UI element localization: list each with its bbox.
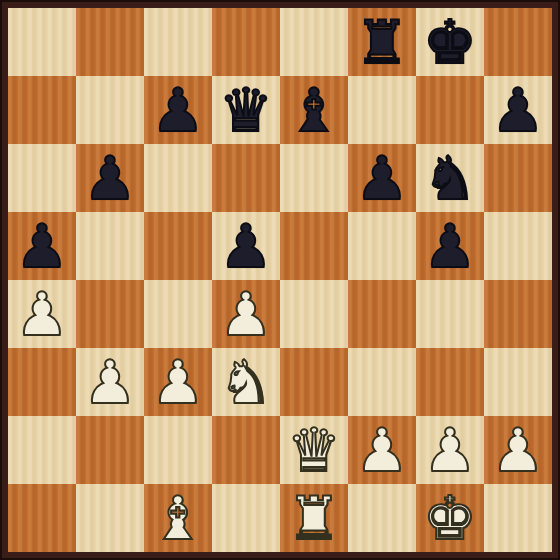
square-d2[interactable] (212, 416, 280, 484)
square-f5[interactable] (348, 212, 416, 280)
white-pawn-b3-icon[interactable]: ♟ (83, 348, 137, 416)
square-a7[interactable] (8, 76, 76, 144)
white-queen-e2-icon[interactable]: ♛ (287, 416, 341, 484)
square-d7[interactable]: ♛ (212, 76, 280, 144)
square-d6[interactable] (212, 144, 280, 212)
square-g3[interactable] (416, 348, 484, 416)
square-f7[interactable] (348, 76, 416, 144)
square-f2[interactable]: ♟ (348, 416, 416, 484)
black-king-g8-icon[interactable]: ♚ (423, 8, 477, 76)
white-pawn-d4-icon[interactable]: ♟ (219, 280, 273, 348)
square-g7[interactable] (416, 76, 484, 144)
square-f6[interactable]: ♟ (348, 144, 416, 212)
square-d5[interactable]: ♟ (212, 212, 280, 280)
square-f3[interactable] (348, 348, 416, 416)
white-king-g1-icon[interactable]: ♚ (423, 484, 477, 552)
square-h6[interactable] (484, 144, 552, 212)
square-c7[interactable]: ♟ (144, 76, 212, 144)
square-b2[interactable] (76, 416, 144, 484)
black-knight-g6-icon[interactable]: ♞ (423, 144, 477, 212)
square-g2[interactable]: ♟ (416, 416, 484, 484)
square-a6[interactable] (8, 144, 76, 212)
square-b6[interactable]: ♟ (76, 144, 144, 212)
white-pawn-g2-icon[interactable]: ♟ (423, 416, 477, 484)
square-c1[interactable]: ♝ (144, 484, 212, 552)
square-c6[interactable] (144, 144, 212, 212)
square-d4[interactable]: ♟ (212, 280, 280, 348)
black-pawn-h7-icon[interactable]: ♟ (491, 76, 545, 144)
square-c8[interactable] (144, 8, 212, 76)
square-a1[interactable] (8, 484, 76, 552)
square-b1[interactable] (76, 484, 144, 552)
square-a3[interactable] (8, 348, 76, 416)
black-rook-f8-icon[interactable]: ♜ (355, 8, 409, 76)
black-queen-d7-icon[interactable]: ♛ (219, 76, 273, 144)
black-pawn-c7-icon[interactable]: ♟ (151, 76, 205, 144)
square-c2[interactable] (144, 416, 212, 484)
white-knight-d3-icon[interactable]: ♞ (219, 348, 273, 416)
white-rook-e1-icon[interactable]: ♜ (287, 484, 341, 552)
square-d3[interactable]: ♞ (212, 348, 280, 416)
black-pawn-d5-icon[interactable]: ♟ (219, 212, 273, 280)
white-bishop-c1-icon[interactable]: ♝ (151, 484, 205, 552)
square-d8[interactable] (212, 8, 280, 76)
square-g4[interactable] (416, 280, 484, 348)
square-f4[interactable] (348, 280, 416, 348)
square-c4[interactable] (144, 280, 212, 348)
white-pawn-h2-icon[interactable]: ♟ (491, 416, 545, 484)
square-e5[interactable] (280, 212, 348, 280)
square-g6[interactable]: ♞ (416, 144, 484, 212)
square-a8[interactable] (8, 8, 76, 76)
square-a5[interactable]: ♟ (8, 212, 76, 280)
square-e3[interactable] (280, 348, 348, 416)
square-b8[interactable] (76, 8, 144, 76)
square-h8[interactable] (484, 8, 552, 76)
square-e2[interactable]: ♛ (280, 416, 348, 484)
square-e4[interactable] (280, 280, 348, 348)
square-g1[interactable]: ♚ (416, 484, 484, 552)
black-bishop-e7-icon[interactable]: ♝ (287, 76, 341, 144)
square-a4[interactable]: ♟ (8, 280, 76, 348)
black-pawn-a5-icon[interactable]: ♟ (15, 212, 69, 280)
white-pawn-c3-icon[interactable]: ♟ (151, 348, 205, 416)
square-g5[interactable]: ♟ (416, 212, 484, 280)
square-e7[interactable]: ♝ (280, 76, 348, 144)
white-pawn-a4-icon[interactable]: ♟ (15, 280, 69, 348)
square-f1[interactable] (348, 484, 416, 552)
chess-board-frame: ♜♚♟♛♝♟♟♟♞♟♟♟♟♟♟♟♞♛♟♟♟♝♜♚ (0, 0, 560, 560)
square-h1[interactable] (484, 484, 552, 552)
square-d1[interactable] (212, 484, 280, 552)
square-e8[interactable] (280, 8, 348, 76)
square-c5[interactable] (144, 212, 212, 280)
square-c3[interactable]: ♟ (144, 348, 212, 416)
square-g8[interactable]: ♚ (416, 8, 484, 76)
square-f8[interactable]: ♜ (348, 8, 416, 76)
white-pawn-f2-icon[interactable]: ♟ (355, 416, 409, 484)
square-h2[interactable]: ♟ (484, 416, 552, 484)
square-b7[interactable] (76, 76, 144, 144)
square-e1[interactable]: ♜ (280, 484, 348, 552)
black-pawn-b6-icon[interactable]: ♟ (83, 144, 137, 212)
black-pawn-f6-icon[interactable]: ♟ (355, 144, 409, 212)
square-h3[interactable] (484, 348, 552, 416)
square-h4[interactable] (484, 280, 552, 348)
square-h7[interactable]: ♟ (484, 76, 552, 144)
square-b4[interactable] (76, 280, 144, 348)
square-e6[interactable] (280, 144, 348, 212)
square-a2[interactable] (8, 416, 76, 484)
black-pawn-g5-icon[interactable]: ♟ (423, 212, 477, 280)
square-b3[interactable]: ♟ (76, 348, 144, 416)
square-h5[interactable] (484, 212, 552, 280)
chess-board: ♜♚♟♛♝♟♟♟♞♟♟♟♟♟♟♟♞♛♟♟♟♝♜♚ (8, 8, 552, 552)
square-b5[interactable] (76, 212, 144, 280)
